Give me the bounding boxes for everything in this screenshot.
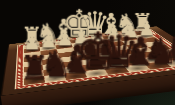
square-a8[interactable]: ♜ [165, 59, 175, 67]
chess-board: ♜♞♝♚♛♝♞♜♟♟♟♟♟♟♟♟♟♟♟♟♟♟♟♟♜♞♝♚♛♝♞♜ [2, 26, 175, 95]
black-rook-a8[interactable]: ♜ [151, 33, 175, 66]
board-tilt-wrapper: ♜♞♝♚♛♝♞♜♟♟♟♟♟♟♟♟♟♟♟♟♟♟♟♟♜♞♝♚♛♝♞♜ [4, 0, 175, 105]
chess-photo-scene: ♜♞♝♚♛♝♞♜♟♟♟♟♟♟♟♟♟♟♟♟♟♟♟♟♜♞♝♚♛♝♞♜ [0, 0, 175, 105]
